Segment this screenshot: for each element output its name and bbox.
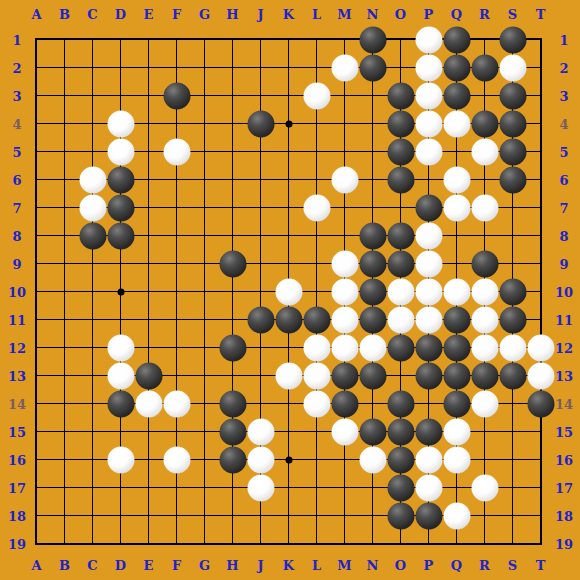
- column-label-bottom: A: [31, 559, 41, 572]
- column-label-top: R: [479, 8, 490, 21]
- column-label-top: T: [536, 8, 546, 21]
- black-stone-O15[interactable]: [387, 418, 414, 445]
- row-label-right: 4: [559, 117, 568, 130]
- black-stone-F3[interactable]: [163, 82, 190, 109]
- white-stone-P8[interactable]: [415, 222, 442, 249]
- black-stone-D8[interactable]: [107, 222, 134, 249]
- column-label-bottom: D: [115, 559, 126, 572]
- white-stone-Q10[interactable]: [443, 278, 470, 305]
- row-label-right: 11: [555, 313, 573, 326]
- black-stone-R4[interactable]: [471, 110, 498, 137]
- row-label-right: 7: [559, 201, 568, 214]
- black-stone-S3[interactable]: [499, 82, 526, 109]
- column-label-top: D: [115, 8, 126, 21]
- row-label-right: 18: [555, 509, 573, 522]
- black-stone-Q11[interactable]: [443, 306, 470, 333]
- column-label-top: B: [59, 8, 70, 21]
- white-stone-D5[interactable]: [107, 138, 134, 165]
- black-stone-H14[interactable]: [219, 390, 246, 417]
- go-board-app: AABBCCDDEEFFGGHHJJKKLLMMNNOOPPQQRRSSTT11…: [0, 0, 580, 580]
- white-stone-R7[interactable]: [471, 194, 498, 221]
- column-label-bottom: O: [395, 559, 406, 572]
- column-label-bottom: S: [508, 559, 517, 572]
- black-stone-O14[interactable]: [387, 390, 414, 417]
- black-stone-P7[interactable]: [415, 194, 442, 221]
- column-label-top: E: [144, 8, 154, 21]
- black-stone-N1[interactable]: [359, 26, 386, 53]
- white-stone-M10[interactable]: [331, 278, 358, 305]
- black-stone-P18[interactable]: [415, 502, 442, 529]
- white-stone-L12[interactable]: [303, 334, 330, 361]
- row-label-right: 19: [555, 537, 573, 550]
- white-stone-M11[interactable]: [331, 306, 358, 333]
- black-stone-O18[interactable]: [387, 502, 414, 529]
- white-stone-P16[interactable]: [415, 446, 442, 473]
- black-stone-N13[interactable]: [359, 362, 386, 389]
- row-label-right: 17: [555, 481, 573, 494]
- star-point-D10: [117, 288, 124, 295]
- black-stone-O4[interactable]: [387, 110, 414, 137]
- row-label-left: 9: [12, 257, 21, 270]
- star-point-K4: [285, 120, 292, 127]
- black-stone-N10[interactable]: [359, 278, 386, 305]
- white-stone-J15[interactable]: [247, 418, 274, 445]
- black-stone-O12[interactable]: [387, 334, 414, 361]
- white-stone-Q7[interactable]: [443, 194, 470, 221]
- white-stone-P2[interactable]: [415, 54, 442, 81]
- white-stone-E14[interactable]: [135, 390, 162, 417]
- column-label-bottom: M: [337, 559, 351, 572]
- row-label-left: 10: [8, 285, 26, 298]
- white-stone-O11[interactable]: [387, 306, 414, 333]
- black-stone-L11[interactable]: [303, 306, 330, 333]
- column-label-bottom: R: [479, 559, 490, 572]
- row-label-right: 9: [559, 257, 568, 270]
- white-stone-C6[interactable]: [79, 166, 106, 193]
- white-stone-R14[interactable]: [471, 390, 498, 417]
- column-label-bottom: N: [367, 559, 379, 572]
- white-stone-N16[interactable]: [359, 446, 386, 473]
- black-stone-C8[interactable]: [79, 222, 106, 249]
- black-stone-E13[interactable]: [135, 362, 162, 389]
- column-label-bottom: J: [257, 559, 263, 572]
- row-label-left: 11: [8, 313, 26, 326]
- column-label-bottom: K: [283, 559, 294, 572]
- white-stone-P1[interactable]: [415, 26, 442, 53]
- row-label-left: 8: [12, 229, 21, 242]
- white-stone-P10[interactable]: [415, 278, 442, 305]
- black-stone-H9[interactable]: [219, 250, 246, 277]
- row-label-right: 16: [555, 453, 573, 466]
- black-stone-Q13[interactable]: [443, 362, 470, 389]
- white-stone-R10[interactable]: [471, 278, 498, 305]
- black-stone-O5[interactable]: [387, 138, 414, 165]
- black-stone-Q12[interactable]: [443, 334, 470, 361]
- black-stone-D6[interactable]: [107, 166, 134, 193]
- star-point-K16: [285, 456, 292, 463]
- white-stone-D4[interactable]: [107, 110, 134, 137]
- row-label-left: 15: [8, 425, 26, 438]
- column-label-bottom: B: [59, 559, 70, 572]
- row-label-left: 1: [12, 33, 21, 46]
- column-label-top: Q: [451, 8, 462, 21]
- row-label-left: 2: [12, 61, 21, 74]
- white-stone-F16[interactable]: [163, 446, 190, 473]
- row-label-right: 6: [559, 173, 568, 186]
- black-stone-K11[interactable]: [275, 306, 302, 333]
- black-stone-N8[interactable]: [359, 222, 386, 249]
- white-stone-P4[interactable]: [415, 110, 442, 137]
- row-label-left: 18: [8, 509, 26, 522]
- column-label-bottom: P: [424, 559, 434, 572]
- black-stone-D7[interactable]: [107, 194, 134, 221]
- black-stone-O6[interactable]: [387, 166, 414, 193]
- black-stone-T14[interactable]: [527, 390, 554, 417]
- white-stone-N12[interactable]: [359, 334, 386, 361]
- row-label-right: 13: [555, 369, 573, 382]
- black-stone-J4[interactable]: [247, 110, 274, 137]
- row-label-left: 7: [12, 201, 21, 214]
- white-stone-M6[interactable]: [331, 166, 358, 193]
- row-label-left: 19: [8, 537, 26, 550]
- column-label-bottom: H: [226, 559, 238, 572]
- row-label-left: 3: [12, 89, 21, 102]
- white-stone-M15[interactable]: [331, 418, 358, 445]
- black-stone-P12[interactable]: [415, 334, 442, 361]
- white-stone-S12[interactable]: [499, 334, 526, 361]
- row-label-left: 16: [8, 453, 26, 466]
- white-stone-K10[interactable]: [275, 278, 302, 305]
- black-stone-Q3[interactable]: [443, 82, 470, 109]
- black-stone-S11[interactable]: [499, 306, 526, 333]
- black-stone-R13[interactable]: [471, 362, 498, 389]
- white-stone-S2[interactable]: [499, 54, 526, 81]
- black-stone-O3[interactable]: [387, 82, 414, 109]
- black-stone-S6[interactable]: [499, 166, 526, 193]
- white-stone-J16[interactable]: [247, 446, 274, 473]
- white-stone-F14[interactable]: [163, 390, 190, 417]
- white-stone-P9[interactable]: [415, 250, 442, 277]
- column-label-top: L: [312, 8, 321, 21]
- column-label-top: H: [226, 8, 238, 21]
- column-label-bottom: T: [536, 559, 546, 572]
- black-stone-M14[interactable]: [331, 390, 358, 417]
- white-stone-Q6[interactable]: [443, 166, 470, 193]
- row-label-right: 1: [559, 33, 568, 46]
- white-stone-M12[interactable]: [331, 334, 358, 361]
- white-stone-D16[interactable]: [107, 446, 134, 473]
- row-label-right: 5: [559, 145, 568, 158]
- black-stone-O8[interactable]: [387, 222, 414, 249]
- white-stone-Q4[interactable]: [443, 110, 470, 137]
- black-stone-Q2[interactable]: [443, 54, 470, 81]
- black-stone-N11[interactable]: [359, 306, 386, 333]
- white-stone-L3[interactable]: [303, 82, 330, 109]
- column-label-top: P: [424, 8, 434, 21]
- white-stone-D13[interactable]: [107, 362, 134, 389]
- white-stone-R12[interactable]: [471, 334, 498, 361]
- black-stone-S10[interactable]: [499, 278, 526, 305]
- black-stone-Q14[interactable]: [443, 390, 470, 417]
- white-stone-L7[interactable]: [303, 194, 330, 221]
- black-stone-H16[interactable]: [219, 446, 246, 473]
- column-label-bottom: G: [199, 559, 210, 572]
- black-stone-S4[interactable]: [499, 110, 526, 137]
- white-stone-T12[interactable]: [527, 334, 554, 361]
- column-label-top: A: [31, 8, 41, 21]
- row-label-right: 8: [559, 229, 568, 242]
- row-label-left: 14: [8, 397, 26, 410]
- column-label-top: C: [87, 8, 97, 21]
- white-stone-M9[interactable]: [331, 250, 358, 277]
- white-stone-Q18[interactable]: [443, 502, 470, 529]
- white-stone-P5[interactable]: [415, 138, 442, 165]
- white-stone-P3[interactable]: [415, 82, 442, 109]
- row-label-right: 3: [559, 89, 568, 102]
- white-stone-R17[interactable]: [471, 474, 498, 501]
- column-label-top: F: [172, 8, 181, 21]
- white-stone-T13[interactable]: [527, 362, 554, 389]
- black-stone-O9[interactable]: [387, 250, 414, 277]
- column-label-bottom: F: [172, 559, 181, 572]
- black-stone-H15[interactable]: [219, 418, 246, 445]
- black-stone-J11[interactable]: [247, 306, 274, 333]
- black-stone-N9[interactable]: [359, 250, 386, 277]
- black-stone-H12[interactable]: [219, 334, 246, 361]
- row-label-left: 17: [8, 481, 26, 494]
- column-label-bottom: E: [144, 559, 154, 572]
- white-stone-M2[interactable]: [331, 54, 358, 81]
- black-stone-O17[interactable]: [387, 474, 414, 501]
- white-stone-K13[interactable]: [275, 362, 302, 389]
- black-stone-S5[interactable]: [499, 138, 526, 165]
- column-label-bottom: C: [87, 559, 97, 572]
- column-label-top: M: [337, 8, 351, 21]
- column-label-top: G: [199, 8, 210, 21]
- black-stone-N2[interactable]: [359, 54, 386, 81]
- black-stone-M13[interactable]: [331, 362, 358, 389]
- black-stone-Q1[interactable]: [443, 26, 470, 53]
- column-label-top: J: [257, 8, 263, 21]
- row-label-left: 4: [12, 117, 21, 130]
- row-label-right: 14: [555, 397, 573, 410]
- white-stone-L13[interactable]: [303, 362, 330, 389]
- column-label-bottom: Q: [451, 559, 462, 572]
- column-label-top: N: [367, 8, 379, 21]
- column-label-top: S: [508, 8, 517, 21]
- white-stone-R5[interactable]: [471, 138, 498, 165]
- row-label-left: 13: [8, 369, 26, 382]
- row-label-right: 12: [555, 341, 573, 354]
- white-stone-Q16[interactable]: [443, 446, 470, 473]
- black-stone-S1[interactable]: [499, 26, 526, 53]
- black-stone-N15[interactable]: [359, 418, 386, 445]
- black-stone-R9[interactable]: [471, 250, 498, 277]
- column-label-bottom: L: [312, 559, 321, 572]
- white-stone-R11[interactable]: [471, 306, 498, 333]
- black-stone-R2[interactable]: [471, 54, 498, 81]
- white-stone-L14[interactable]: [303, 390, 330, 417]
- white-stone-Q15[interactable]: [443, 418, 470, 445]
- black-stone-O16[interactable]: [387, 446, 414, 473]
- white-stone-J17[interactable]: [247, 474, 274, 501]
- white-stone-P17[interactable]: [415, 474, 442, 501]
- column-label-top: K: [283, 8, 294, 21]
- white-stone-F5[interactable]: [163, 138, 190, 165]
- row-label-right: 15: [555, 425, 573, 438]
- row-label-left: 6: [12, 173, 21, 186]
- white-stone-C7[interactable]: [79, 194, 106, 221]
- row-label-right: 2: [559, 61, 568, 74]
- black-stone-P13[interactable]: [415, 362, 442, 389]
- black-stone-D14[interactable]: [107, 390, 134, 417]
- row-label-left: 5: [12, 145, 21, 158]
- white-stone-D12[interactable]: [107, 334, 134, 361]
- black-stone-P15[interactable]: [415, 418, 442, 445]
- column-label-top: O: [395, 8, 406, 21]
- white-stone-O10[interactable]: [387, 278, 414, 305]
- black-stone-S13[interactable]: [499, 362, 526, 389]
- row-label-left: 12: [8, 341, 26, 354]
- white-stone-P11[interactable]: [415, 306, 442, 333]
- row-label-right: 10: [555, 285, 573, 298]
